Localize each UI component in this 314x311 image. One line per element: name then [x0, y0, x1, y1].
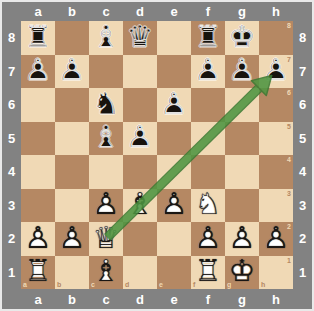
- square-b7[interactable]: ♟♙: [55, 55, 89, 89]
- rank-label-4: 4: [293, 155, 312, 189]
- piece-detail-glyph: ♖: [191, 21, 225, 55]
- piece-detail-glyph: ♔: [225, 256, 259, 290]
- white-rook[interactable]: ♜♖: [21, 256, 55, 290]
- square-h1[interactable]: 1h: [259, 256, 293, 290]
- square-e7[interactable]: [157, 55, 191, 89]
- white-king[interactable]: ♚♔: [225, 256, 259, 290]
- rank-label-2: 2: [2, 222, 21, 256]
- black-knight[interactable]: ♞♘: [89, 88, 123, 122]
- square-a5[interactable]: [21, 122, 55, 156]
- black-pawn[interactable]: ♟♙: [157, 88, 191, 122]
- piece-detail-glyph: ♙: [123, 122, 157, 156]
- white-pawn[interactable]: ♟♙: [225, 222, 259, 256]
- piece-detail-glyph: ♙: [191, 55, 225, 89]
- square-g4[interactable]: [225, 155, 259, 189]
- square-g6[interactable]: [225, 88, 259, 122]
- square-coord-h: h: [261, 281, 265, 288]
- white-rook[interactable]: ♜♖: [191, 256, 225, 290]
- rank-label-6: 6: [2, 88, 21, 122]
- piece-detail-glyph: ♕: [123, 21, 157, 55]
- black-pawn[interactable]: ♟♙: [21, 55, 55, 89]
- piece-detail-glyph: ♖: [191, 256, 225, 290]
- file-label-c: c: [89, 289, 123, 309]
- square-d6[interactable]: [123, 88, 157, 122]
- rank-label-1: 1: [293, 256, 312, 290]
- rank-label-6: 6: [293, 88, 312, 122]
- square-e5[interactable]: [157, 122, 191, 156]
- piece-detail-glyph: ♙: [157, 189, 191, 223]
- piece-detail-glyph: ♖: [21, 256, 55, 290]
- square-c7[interactable]: [89, 55, 123, 89]
- square-b2[interactable]: ♟♙: [55, 222, 89, 256]
- square-g8[interactable]: ♚♔: [225, 21, 259, 55]
- piece-detail-glyph: ♘: [89, 88, 123, 122]
- square-c4[interactable]: [89, 155, 123, 189]
- piece-detail-glyph: ♗: [89, 21, 123, 55]
- square-b3[interactable]: [55, 189, 89, 223]
- square-c2[interactable]: ♛♕: [89, 222, 123, 256]
- black-bishop[interactable]: ♝♗: [89, 21, 123, 55]
- square-f1[interactable]: f♜♖: [191, 256, 225, 290]
- piece-detail-glyph: ♙: [157, 88, 191, 122]
- rank-label-8: 8: [2, 21, 21, 55]
- black-pawn[interactable]: ♟♙: [259, 55, 293, 89]
- piece-detail-glyph: ♙: [191, 222, 225, 256]
- square-e1[interactable]: e: [157, 256, 191, 290]
- black-pawn[interactable]: ♟♙: [191, 55, 225, 89]
- black-queen[interactable]: ♛♕: [123, 21, 157, 55]
- file-label-h: h: [259, 289, 293, 309]
- square-b5[interactable]: [55, 122, 89, 156]
- white-pawn[interactable]: ♟♙: [89, 189, 123, 223]
- square-a6[interactable]: [21, 88, 55, 122]
- file-labels-bottom: abcdefgh: [21, 289, 293, 309]
- file-label-e: e: [157, 2, 191, 21]
- black-king[interactable]: ♚♔: [225, 21, 259, 55]
- square-coord-e: e: [159, 281, 163, 288]
- square-e2[interactable]: [157, 222, 191, 256]
- square-f3[interactable]: ♞♘: [191, 189, 225, 223]
- piece-detail-glyph: ♙: [55, 222, 89, 256]
- square-f4[interactable]: [191, 155, 225, 189]
- black-rook[interactable]: ♜♖: [191, 21, 225, 55]
- square-g5[interactable]: [225, 122, 259, 156]
- file-label-f: f: [191, 289, 225, 309]
- chess-board: ♜♖♝♗♛♕♜♖♚♔8♟♙♟♙♟♙♟♙7♟♙♞♘♟♙6♝♗♟♙54♟♙♝♗♟♙♞…: [21, 21, 293, 289]
- square-h3[interactable]: 3: [259, 189, 293, 223]
- file-label-b: b: [55, 2, 89, 21]
- rank-label-8: 8: [293, 21, 312, 55]
- square-coord-1: 1: [287, 257, 291, 264]
- white-pawn[interactable]: ♟♙: [157, 189, 191, 223]
- square-c6[interactable]: ♞♘: [89, 88, 123, 122]
- rank-label-3: 3: [2, 189, 21, 223]
- square-d8[interactable]: ♛♕: [123, 21, 157, 55]
- piece-detail-glyph: ♖: [21, 21, 55, 55]
- square-h5[interactable]: 5: [259, 122, 293, 156]
- white-pawn[interactable]: ♟♙: [21, 222, 55, 256]
- white-knight[interactable]: ♞♘: [191, 189, 225, 223]
- black-pawn[interactable]: ♟♙: [225, 55, 259, 89]
- square-a2[interactable]: ♟♙: [21, 222, 55, 256]
- square-f7[interactable]: ♟♙: [191, 55, 225, 89]
- rank-label-3: 3: [293, 189, 312, 223]
- square-c5[interactable]: ♝♗: [89, 122, 123, 156]
- square-g2[interactable]: ♟♙: [225, 222, 259, 256]
- square-f6[interactable]: [191, 88, 225, 122]
- black-bishop[interactable]: ♝♗: [89, 122, 123, 156]
- piece-detail-glyph: ♙: [89, 189, 123, 223]
- square-a3[interactable]: [21, 189, 55, 223]
- piece-detail-glyph: ♙: [259, 222, 293, 256]
- square-h8[interactable]: 8: [259, 21, 293, 55]
- square-d2[interactable]: [123, 222, 157, 256]
- rank-labels-right: 87654321: [293, 21, 312, 289]
- square-h4[interactable]: 4: [259, 155, 293, 189]
- rank-label-2: 2: [293, 222, 312, 256]
- file-label-a: a: [21, 289, 55, 309]
- rank-label-1: 1: [2, 256, 21, 290]
- square-coord-d: d: [125, 281, 129, 288]
- white-queen[interactable]: ♛♕: [89, 222, 123, 256]
- file-label-h: h: [259, 2, 293, 21]
- square-d1[interactable]: d: [123, 256, 157, 290]
- square-d3[interactable]: ♝♗: [123, 189, 157, 223]
- rank-labels-left: 87654321: [2, 21, 21, 289]
- square-a7[interactable]: ♟♙: [21, 55, 55, 89]
- chess-board-screenshot: abcdefgh abcdefgh 87654321 87654321 ♜♖♝♗…: [0, 0, 314, 311]
- file-label-e: e: [157, 289, 191, 309]
- square-coord-3: 3: [287, 190, 291, 197]
- piece-detail-glyph: ♕: [89, 222, 123, 256]
- square-h7[interactable]: 7♟♙: [259, 55, 293, 89]
- square-h2[interactable]: 2♟♙: [259, 222, 293, 256]
- white-bishop[interactable]: ♝♗: [89, 256, 123, 290]
- square-d5[interactable]: ♟♙: [123, 122, 157, 156]
- rank-label-5: 5: [293, 122, 312, 156]
- square-f2[interactable]: ♟♙: [191, 222, 225, 256]
- square-d7[interactable]: [123, 55, 157, 89]
- rank-label-7: 7: [2, 55, 21, 89]
- piece-detail-glyph: ♗: [123, 189, 157, 223]
- square-g7[interactable]: ♟♙: [225, 55, 259, 89]
- square-e4[interactable]: [157, 155, 191, 189]
- square-b1[interactable]: b: [55, 256, 89, 290]
- square-coord-6: 6: [287, 89, 291, 96]
- square-coord-4: 4: [287, 156, 291, 163]
- square-f5[interactable]: [191, 122, 225, 156]
- square-c3[interactable]: ♟♙: [89, 189, 123, 223]
- piece-detail-glyph: ♙: [259, 55, 293, 89]
- piece-detail-glyph: ♘: [191, 189, 225, 223]
- piece-detail-glyph: ♙: [21, 222, 55, 256]
- square-c8[interactable]: ♝♗: [89, 21, 123, 55]
- square-d4[interactable]: [123, 155, 157, 189]
- square-a8[interactable]: ♜♖: [21, 21, 55, 55]
- square-e6[interactable]: ♟♙: [157, 88, 191, 122]
- square-coord-b: b: [57, 281, 61, 288]
- piece-detail-glyph: ♙: [225, 55, 259, 89]
- black-pawn[interactable]: ♟♙: [123, 122, 157, 156]
- square-g3[interactable]: [225, 189, 259, 223]
- square-coord-5: 5: [287, 123, 291, 130]
- square-a4[interactable]: [21, 155, 55, 189]
- file-label-b: b: [55, 289, 89, 309]
- piece-detail-glyph: ♔: [225, 21, 259, 55]
- square-c1[interactable]: c♝♗: [89, 256, 123, 290]
- square-b8[interactable]: [55, 21, 89, 55]
- square-f8[interactable]: ♜♖: [191, 21, 225, 55]
- square-b4[interactable]: [55, 155, 89, 189]
- white-pawn[interactable]: ♟♙: [259, 222, 293, 256]
- rank-label-4: 4: [2, 155, 21, 189]
- square-e3[interactable]: ♟♙: [157, 189, 191, 223]
- file-label-d: d: [123, 289, 157, 309]
- piece-detail-glyph: ♙: [21, 55, 55, 89]
- square-b6[interactable]: [55, 88, 89, 122]
- piece-detail-glyph: ♗: [89, 122, 123, 156]
- piece-detail-glyph: ♗: [89, 256, 123, 290]
- square-g1[interactable]: g♚♔: [225, 256, 259, 290]
- white-pawn[interactable]: ♟♙: [55, 222, 89, 256]
- white-bishop[interactable]: ♝♗: [123, 189, 157, 223]
- black-rook[interactable]: ♜♖: [21, 21, 55, 55]
- black-pawn[interactable]: ♟♙: [55, 55, 89, 89]
- rank-label-5: 5: [2, 122, 21, 156]
- piece-detail-glyph: ♙: [225, 222, 259, 256]
- square-a1[interactable]: a♜♖: [21, 256, 55, 290]
- square-h6[interactable]: 6: [259, 88, 293, 122]
- file-label-g: g: [225, 289, 259, 309]
- rank-label-7: 7: [293, 55, 312, 89]
- square-coord-8: 8: [287, 22, 291, 29]
- white-pawn[interactable]: ♟♙: [191, 222, 225, 256]
- square-e8[interactable]: [157, 21, 191, 55]
- piece-detail-glyph: ♙: [55, 55, 89, 89]
